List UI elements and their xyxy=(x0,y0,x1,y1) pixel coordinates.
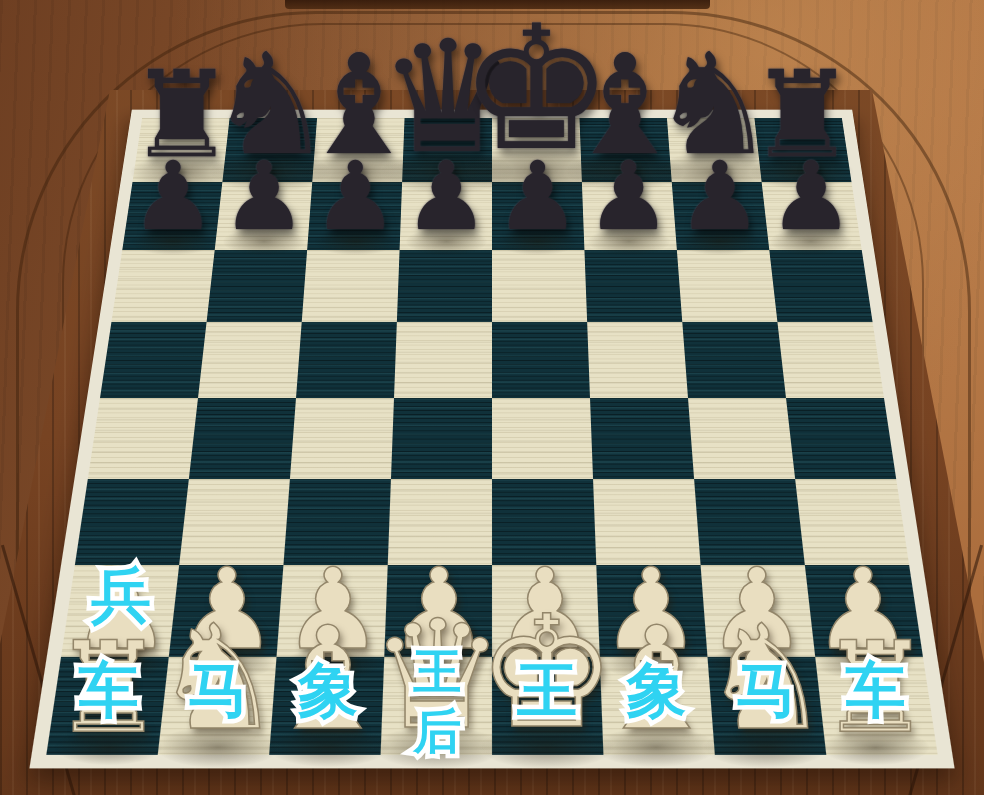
black-pawn-f7[interactable]: ♟ xyxy=(581,149,676,244)
black-pawn-b7[interactable]: ♟ xyxy=(217,149,312,244)
black-pawn-g7[interactable]: ♟ xyxy=(672,149,767,244)
black-pawn-d7[interactable]: ♟ xyxy=(399,149,494,244)
black-pawn-c7[interactable]: ♟ xyxy=(308,149,403,244)
black-pawn-a7[interactable]: ♟ xyxy=(126,149,221,244)
black-pawn-e7[interactable]: ♟ xyxy=(490,149,585,244)
black-pawn-h7[interactable]: ♟ xyxy=(764,149,859,244)
chess-game-scene: ♜♞♝♛♚♝♞♜♟♟♟♟♟♟♟♟♟♟♟♟♟♟♟♟♜♞♝♛♚♝♞♜ 兵兵车车马马象… xyxy=(0,0,984,795)
piece-layer: ♜♞♝♛♚♝♞♜♟♟♟♟♟♟♟♟♟♟♟♟♟♟♟♟♜♞♝♛♚♝♞♜ xyxy=(0,0,984,795)
white-rook-h1[interactable]: ♜ xyxy=(813,625,938,750)
